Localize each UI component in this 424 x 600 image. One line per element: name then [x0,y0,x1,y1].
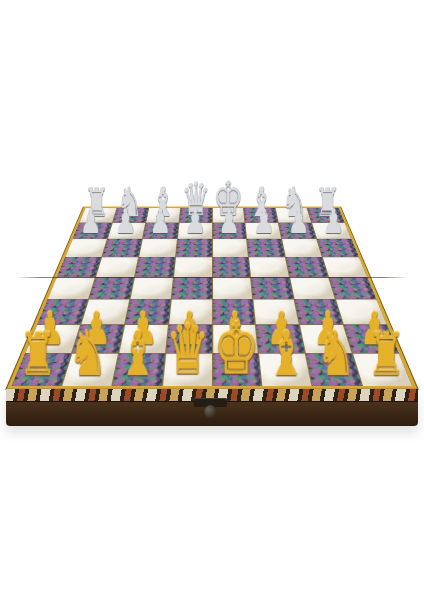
square-e1[interactable]: ♚ [213,354,262,386]
box-latch-icon[interactable] [193,398,227,407]
square-c7[interactable]: ♟ [143,223,179,239]
square-g5[interactable] [286,257,328,277]
square-d1[interactable]: ♛ [162,354,211,386]
square-a6[interactable] [65,239,106,257]
piece-white-gold-bishop[interactable]: ♝ [117,327,157,382]
square-e5[interactable] [212,257,250,277]
box-front-edge [6,389,418,426]
piece-white-gold-queen[interactable]: ♛ [165,320,210,382]
square-d4[interactable] [171,277,211,299]
square-f1[interactable]: ♝ [259,354,311,386]
piece-white-gold-knight[interactable]: ♞ [68,327,108,382]
square-h6[interactable] [317,239,358,257]
square-c5[interactable] [135,257,175,277]
square-d5[interactable] [174,257,212,277]
square-d7[interactable]: ♟ [178,223,212,239]
square-h1[interactable]: ♜ [353,354,412,386]
square-b4[interactable] [89,277,134,299]
piece-black-silver-pawn[interactable]: ♟ [322,206,344,237]
square-e4[interactable] [213,277,253,299]
piece-white-gold-bishop[interactable]: ♝ [267,327,307,382]
square-a4[interactable] [48,277,95,299]
square-f5[interactable] [249,257,289,277]
piece-black-silver-pawn[interactable]: ♟ [114,206,136,237]
square-b6[interactable] [102,239,141,257]
square-h7[interactable]: ♟ [312,223,351,239]
piece-black-silver-pawn[interactable]: ♟ [218,206,240,237]
photo-background: ♜♞♝♛♚♝♞♜♟♟♟♟♟♟♟♟♟♟♟♟♟♟♟♟♜♞♝♛♚♝♞♜ [0,0,424,600]
square-a1[interactable]: ♜ [12,354,71,386]
square-c4[interactable] [130,277,172,299]
square-e7[interactable]: ♟ [212,223,246,239]
square-c1[interactable]: ♝ [112,354,164,386]
piece-white-gold-knight[interactable]: ♞ [317,327,357,382]
square-b7[interactable]: ♟ [108,223,145,239]
piece-black-silver-pawn[interactable]: ♟ [288,206,310,237]
square-a5[interactable] [57,257,101,277]
square-f6[interactable] [247,239,285,257]
piece-black-silver-pawn[interactable]: ♟ [184,206,206,237]
square-e6[interactable] [212,239,248,257]
square-a7[interactable]: ♟ [73,223,112,239]
square-c6[interactable] [139,239,177,257]
piece-black-silver-pawn[interactable]: ♟ [80,206,102,237]
piece-white-gold-rook[interactable]: ♜ [19,329,57,382]
square-f7[interactable]: ♟ [246,223,282,239]
square-b1[interactable]: ♞ [62,354,118,386]
chess-set: ♜♞♝♛♚♝♞♜♟♟♟♟♟♟♟♟♟♟♟♟♟♟♟♟♜♞♝♛♚♝♞♜ [54,119,370,435]
square-g7[interactable]: ♟ [279,223,316,239]
piece-black-silver-pawn[interactable]: ♟ [253,206,275,237]
square-f4[interactable] [251,277,293,299]
square-g1[interactable]: ♞ [306,354,362,386]
square-g6[interactable] [282,239,321,257]
piece-white-gold-king[interactable]: ♚ [214,317,260,382]
piece-white-gold-rook[interactable]: ♜ [367,329,405,382]
square-g4[interactable] [290,277,335,299]
square-h5[interactable] [323,257,367,277]
chess-board: ♜♞♝♛♚♝♞♜♟♟♟♟♟♟♟♟♟♟♟♟♟♟♟♟♜♞♝♛♚♝♞♜ [7,207,417,389]
piece-black-silver-pawn[interactable]: ♟ [149,206,171,237]
square-d6[interactable] [176,239,212,257]
square-b5[interactable] [96,257,138,277]
